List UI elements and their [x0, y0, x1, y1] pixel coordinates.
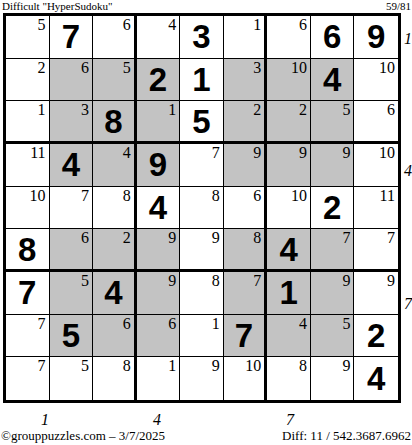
corner-number: 9	[212, 358, 220, 374]
corner-number: 7	[342, 230, 350, 246]
cell-r1c2[interactable]: 7	[50, 16, 94, 59]
cell-value: 4	[267, 229, 310, 269]
page-title: Difficult "HyperSudoku"	[2, 0, 113, 12]
cell-r7c3[interactable]: 4	[93, 272, 137, 315]
cell-value: 9	[354, 16, 398, 58]
cell-value: 4	[50, 144, 93, 186]
corner-number: 8	[212, 273, 220, 289]
corner-number: 10	[379, 60, 395, 76]
cell-value: 5	[180, 101, 223, 141]
cell-r4c6[interactable]: 9	[224, 144, 268, 187]
cell-r5c4[interactable]: 4	[137, 187, 181, 230]
corner-number: 5	[81, 358, 89, 374]
cell-r7c9[interactable]: 9	[354, 272, 398, 315]
cell-r2c8[interactable]: 4	[311, 59, 355, 102]
cell-r6c7[interactable]: 4	[267, 229, 311, 272]
corner-number: 6	[253, 188, 261, 204]
corner-number: 10	[245, 358, 261, 374]
cell-r6c1[interactable]: 8	[6, 229, 50, 272]
corner-number: 5	[123, 60, 131, 76]
cell-r5c9[interactable]: 11	[354, 187, 398, 230]
corner-number: 7	[212, 145, 220, 161]
corner-number: 10	[30, 188, 46, 204]
corner-number: 1	[38, 102, 46, 118]
cell-r4c2[interactable]: 4	[50, 144, 94, 187]
cell-r2c6[interactable]: 3	[224, 59, 268, 102]
corner-number: 10	[291, 188, 307, 204]
col-label-1: 1	[41, 412, 49, 428]
corner-number: 8	[299, 358, 307, 374]
cell-r1c6[interactable]: 1	[224, 16, 268, 59]
cell-r8c5[interactable]: 1	[180, 315, 224, 358]
cell-r4c7[interactable]: 9	[267, 144, 311, 187]
cell-r6c3[interactable]: 2	[93, 229, 137, 272]
corner-number: 4	[168, 17, 176, 33]
cell-r5c3[interactable]: 8	[93, 187, 137, 230]
cell-r2c3[interactable]: 5	[93, 59, 137, 102]
cell-r7c6[interactable]: 7	[224, 272, 268, 315]
corner-number: 6	[168, 316, 176, 332]
corner-number: 8	[212, 188, 220, 204]
cell-r7c2[interactable]: 5	[50, 272, 94, 315]
cell-value: 2	[311, 187, 354, 229]
cell-r9c1[interactable]: 7	[6, 357, 50, 400]
cell-r1c5[interactable]: 3	[180, 16, 224, 59]
cell-value: 4	[137, 187, 180, 229]
cell-value: 2	[137, 59, 180, 101]
cell-r9c8[interactable]: 9	[311, 357, 355, 400]
cell-r8c2[interactable]: 5	[50, 315, 94, 358]
cell-r3c8[interactable]: 5	[311, 101, 355, 144]
corner-number: 11	[380, 188, 395, 204]
cell-r6c9[interactable]: 7	[354, 229, 398, 272]
cell-r5c8[interactable]: 2	[311, 187, 355, 230]
cell-r7c1[interactable]: 7	[6, 272, 50, 315]
corner-number: 9	[342, 358, 350, 374]
cell-r7c5[interactable]: 8	[180, 272, 224, 315]
corner-number: 10	[379, 145, 395, 161]
cell-r9c5[interactable]: 9	[180, 357, 224, 400]
col-label-7: 7	[286, 412, 294, 428]
cell-r9c4[interactable]: 1	[137, 357, 181, 400]
corner-number: 7	[38, 358, 46, 374]
cell-value: 5	[50, 315, 93, 357]
corner-number: 2	[299, 102, 307, 118]
cell-r2c2[interactable]: 6	[50, 59, 94, 102]
cell-r1c7[interactable]: 6	[267, 16, 311, 59]
corner-number: 3	[81, 102, 89, 118]
corner-number: 7	[38, 316, 46, 332]
corner-number: 9	[387, 273, 395, 289]
cell-value: 7	[224, 315, 265, 357]
cell-r2c5[interactable]: 1	[180, 59, 224, 102]
corner-number: 6	[123, 17, 131, 33]
corner-number: 1	[212, 316, 220, 332]
corner-number: 2	[253, 102, 261, 118]
corner-number: 10	[291, 60, 307, 76]
corner-number: 6	[123, 316, 131, 332]
cell-value: 7	[50, 16, 93, 58]
cell-r3c1[interactable]: 1	[6, 101, 50, 144]
corner-number: 2	[123, 230, 131, 246]
cell-r4c3[interactable]: 4	[93, 144, 137, 187]
row-label-7: 7	[404, 296, 412, 312]
cell-r3c9[interactable]: 6	[354, 101, 398, 144]
cell-value: 6	[311, 16, 354, 58]
cell-value: 4	[354, 357, 398, 400]
row-label-4: 4	[404, 163, 412, 179]
cell-r5c7[interactable]: 10	[267, 187, 311, 230]
corner-number: 5	[342, 102, 350, 118]
cell-r7c4[interactable]: 9	[137, 272, 181, 315]
corner-number: 6	[387, 102, 395, 118]
cell-r3c5[interactable]: 5	[180, 101, 224, 144]
cell-r2c4[interactable]: 2	[137, 59, 181, 102]
cell-r2c1[interactable]: 2	[6, 59, 50, 102]
cell-r8c3[interactable]: 6	[93, 315, 137, 358]
cell-r1c3[interactable]: 6	[93, 16, 137, 59]
cell-r1c1[interactable]: 5	[6, 16, 50, 59]
cell-r6c5[interactable]: 9	[180, 229, 224, 272]
cell-r9c3[interactable]: 8	[93, 357, 137, 400]
corner-number: 5	[38, 17, 46, 33]
corner-number: 9	[168, 273, 176, 289]
cell-value: 9	[137, 144, 180, 186]
difficulty-text: Diff: 11 / 542.3687.6962	[282, 428, 411, 444]
cell-r5c5[interactable]: 8	[180, 187, 224, 230]
corner-number: 6	[81, 230, 89, 246]
corner-number: 7	[253, 273, 261, 289]
cell-r6c6[interactable]: 8	[224, 229, 268, 272]
corner-number: 7	[387, 230, 395, 246]
corner-number: 1	[168, 358, 176, 374]
corner-number: 8	[123, 358, 131, 374]
cell-value: 8	[6, 229, 49, 269]
cell-r4c5[interactable]: 7	[180, 144, 224, 187]
cell-r2c7[interactable]: 10	[267, 59, 311, 102]
cell-r8c9[interactable]: 2	[354, 315, 398, 358]
cell-r1c9[interactable]: 9	[354, 16, 398, 59]
cell-r2c9[interactable]: 10	[354, 59, 398, 102]
cell-r5c2[interactable]: 7	[50, 187, 94, 230]
cell-value: 3	[180, 16, 223, 58]
cell-r3c6[interactable]: 2	[224, 101, 268, 144]
cell-r7c8[interactable]: 9	[311, 272, 355, 315]
corner-number: 6	[81, 60, 89, 76]
cell-r8c7[interactable]: 4	[267, 315, 311, 358]
cell-r6c2[interactable]: 6	[50, 229, 94, 272]
cell-value: 2	[354, 315, 398, 357]
board: 5764316692652131041013815225611449799910…	[3, 13, 401, 403]
cell-r3c7[interactable]: 2	[267, 101, 311, 144]
row-label-1: 1	[404, 31, 412, 47]
corner-number: 9	[342, 273, 350, 289]
corner-number: 5	[342, 316, 350, 332]
corner-number: 6	[299, 17, 307, 33]
cell-r8c4[interactable]: 6	[137, 315, 181, 358]
cell-value: 8	[93, 101, 134, 141]
cell-r8c6[interactable]: 7	[224, 315, 268, 358]
cell-r9c7[interactable]: 8	[267, 357, 311, 400]
cell-r9c6[interactable]: 10	[224, 357, 268, 400]
col-label-4: 4	[153, 412, 161, 428]
corner-number: 9	[342, 145, 350, 161]
cell-r9c9[interactable]: 4	[354, 357, 398, 400]
corner-number: 8	[123, 188, 131, 204]
cell-value: 4	[93, 272, 134, 314]
cell-value: 1	[180, 59, 223, 101]
progress-counter: 59/81	[386, 0, 411, 12]
cell-r9c2[interactable]: 5	[50, 357, 94, 400]
corner-number: 2	[38, 60, 46, 76]
corner-number: 9	[299, 145, 307, 161]
corner-number: 11	[30, 145, 45, 161]
corner-number: 3	[253, 60, 261, 76]
cell-r5c6[interactable]: 6	[224, 187, 268, 230]
cell-value: 7	[6, 272, 49, 314]
cell-r6c4[interactable]: 9	[137, 229, 181, 272]
corner-number: 9	[168, 230, 176, 246]
copyright-text: ©grouppuzzles.com – 3/7/2025	[1, 428, 165, 444]
cell-r3c3[interactable]: 8	[93, 101, 137, 144]
corner-number: 9	[212, 230, 220, 246]
cell-r8c1[interactable]: 7	[6, 315, 50, 358]
cell-r4c1[interactable]: 11	[6, 144, 50, 187]
cell-value: 1	[267, 272, 310, 314]
corner-number: 9	[253, 145, 261, 161]
cell-r6c8[interactable]: 7	[311, 229, 355, 272]
cell-r4c8[interactable]: 9	[311, 144, 355, 187]
cell-r3c4[interactable]: 1	[137, 101, 181, 144]
cell-r7c7[interactable]: 1	[267, 272, 311, 315]
cell-r3c2[interactable]: 3	[50, 101, 94, 144]
cell-r4c9[interactable]: 10	[354, 144, 398, 187]
corner-number: 4	[123, 145, 131, 161]
cell-value: 4	[311, 59, 354, 101]
corner-number: 4	[299, 316, 307, 332]
cell-r5c1[interactable]: 10	[6, 187, 50, 230]
cell-r4c4[interactable]: 9	[137, 144, 181, 187]
corner-number: 1	[253, 17, 261, 33]
cell-r8c8[interactable]: 5	[311, 315, 355, 358]
corner-number: 1	[168, 102, 176, 118]
corner-number: 7	[81, 188, 89, 204]
corner-number: 5	[81, 273, 89, 289]
cell-r1c4[interactable]: 4	[137, 16, 181, 59]
puzzle-page: Difficult "HyperSudoku" 59/81 5764316692…	[0, 0, 412, 445]
corner-number: 8	[253, 230, 261, 246]
cell-r1c8[interactable]: 6	[311, 16, 355, 59]
